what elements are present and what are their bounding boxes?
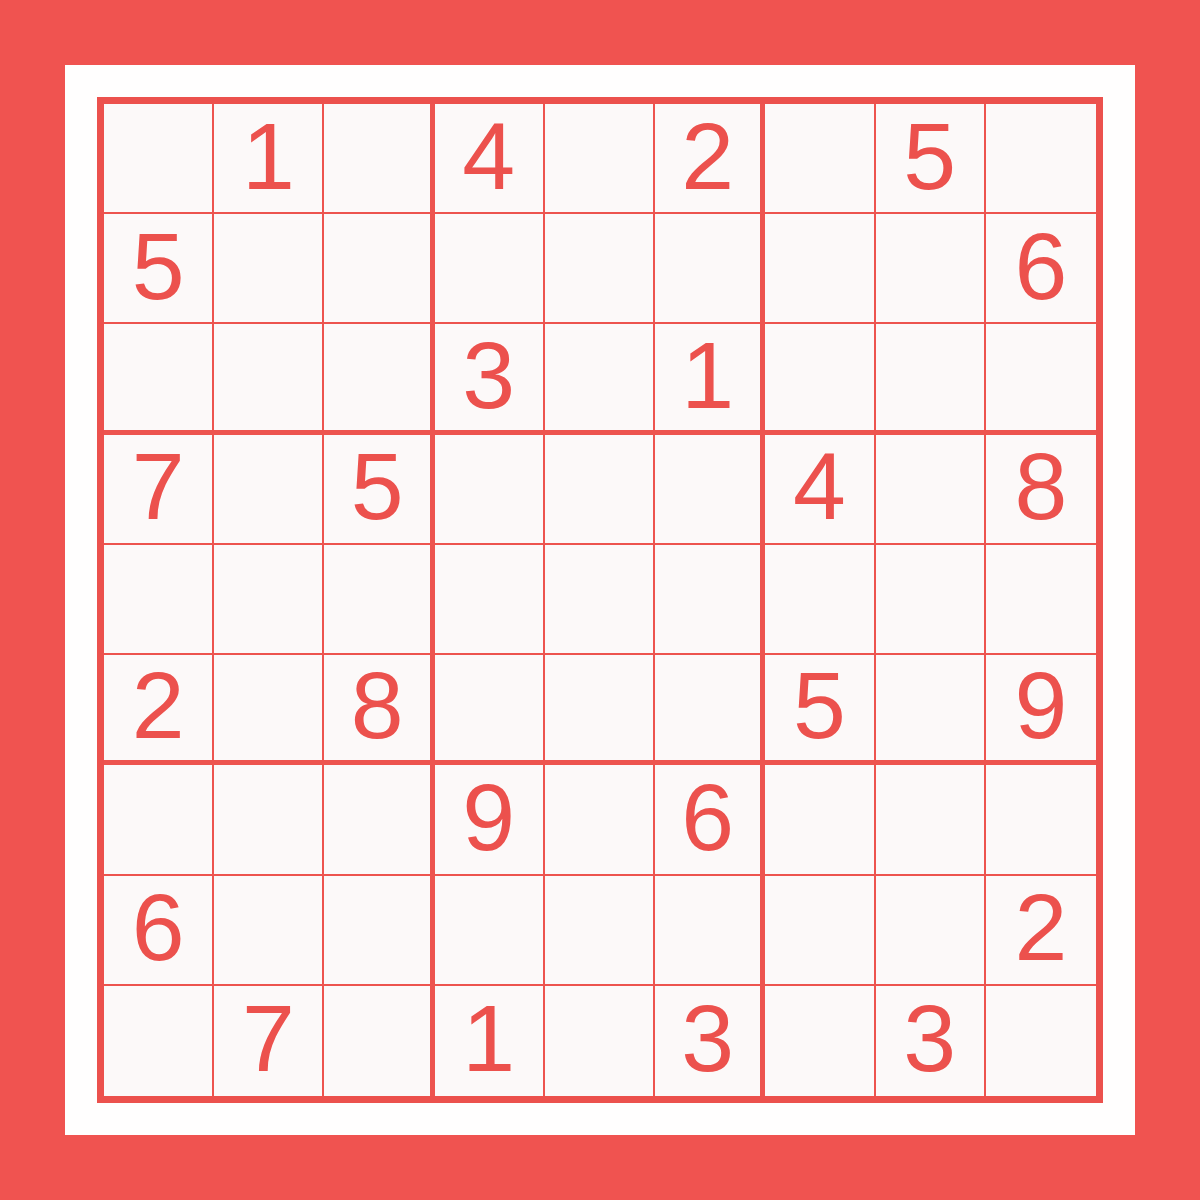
given-digit: 5 xyxy=(351,439,404,534)
given-digit: 1 xyxy=(462,991,515,1086)
given-digit: 1 xyxy=(681,328,734,423)
given-digit: 8 xyxy=(351,658,404,753)
given-digit: 3 xyxy=(462,328,515,423)
cell-r5c1[interactable] xyxy=(104,545,214,655)
cell-r8c2[interactable] xyxy=(214,876,324,986)
puzzle-panel: 142556317548285996627133 xyxy=(65,65,1135,1135)
cell-r7c7[interactable] xyxy=(765,765,875,875)
cell-r7c5[interactable] xyxy=(545,765,655,875)
cell-r9c8[interactable]: 3 xyxy=(876,986,986,1096)
cell-r9c2[interactable]: 7 xyxy=(214,986,324,1096)
given-digit: 4 xyxy=(793,439,846,534)
cell-r3c6[interactable]: 1 xyxy=(655,324,765,434)
given-digit: 6 xyxy=(132,880,185,975)
sudoku-board: 142556317548285996627133 xyxy=(97,97,1103,1103)
cell-r6c1[interactable]: 2 xyxy=(104,655,214,765)
cell-r6c3[interactable]: 8 xyxy=(324,655,434,765)
given-digit: 1 xyxy=(242,109,295,204)
cell-r7c2[interactable] xyxy=(214,765,324,875)
cell-r9c3[interactable] xyxy=(324,986,434,1096)
cell-r8c1[interactable]: 6 xyxy=(104,876,214,986)
cell-r1c2[interactable]: 1 xyxy=(214,104,324,214)
given-digit: 5 xyxy=(903,109,956,204)
cell-r4c8[interactable] xyxy=(876,435,986,545)
cell-r5c6[interactable] xyxy=(655,545,765,655)
cell-r5c2[interactable] xyxy=(214,545,324,655)
cell-r2c2[interactable] xyxy=(214,214,324,324)
given-digit: 2 xyxy=(132,658,185,753)
cell-r4c6[interactable] xyxy=(655,435,765,545)
cell-r2c7[interactable] xyxy=(765,214,875,324)
cell-r8c5[interactable] xyxy=(545,876,655,986)
cell-r5c7[interactable] xyxy=(765,545,875,655)
given-digit: 3 xyxy=(681,991,734,1086)
cell-r6c6[interactable] xyxy=(655,655,765,765)
cell-r1c3[interactable] xyxy=(324,104,434,214)
cell-r7c8[interactable] xyxy=(876,765,986,875)
cell-r7c6[interactable]: 6 xyxy=(655,765,765,875)
cell-r8c4[interactable] xyxy=(435,876,545,986)
cell-r5c3[interactable] xyxy=(324,545,434,655)
given-digit: 7 xyxy=(132,439,185,534)
cell-r5c5[interactable] xyxy=(545,545,655,655)
cell-r3c4[interactable]: 3 xyxy=(435,324,545,434)
cell-r1c9[interactable] xyxy=(986,104,1096,214)
cell-r3c2[interactable] xyxy=(214,324,324,434)
cell-r6c7[interactable]: 5 xyxy=(765,655,875,765)
cell-r6c9[interactable]: 9 xyxy=(986,655,1096,765)
given-digit: 9 xyxy=(462,770,515,865)
given-digit: 2 xyxy=(681,109,734,204)
cell-r5c8[interactable] xyxy=(876,545,986,655)
cell-r3c7[interactable] xyxy=(765,324,875,434)
cell-r1c6[interactable]: 2 xyxy=(655,104,765,214)
given-digit: 6 xyxy=(1014,219,1067,314)
cell-r9c5[interactable] xyxy=(545,986,655,1096)
cell-r6c5[interactable] xyxy=(545,655,655,765)
cell-r1c7[interactable] xyxy=(765,104,875,214)
cell-r2c3[interactable] xyxy=(324,214,434,324)
cell-r3c9[interactable] xyxy=(986,324,1096,434)
cell-r2c4[interactable] xyxy=(435,214,545,324)
cell-r3c5[interactable] xyxy=(545,324,655,434)
cell-r3c3[interactable] xyxy=(324,324,434,434)
cell-r6c2[interactable] xyxy=(214,655,324,765)
cell-r9c6[interactable]: 3 xyxy=(655,986,765,1096)
cell-r3c1[interactable] xyxy=(104,324,214,434)
cell-r4c7[interactable]: 4 xyxy=(765,435,875,545)
cell-r7c3[interactable] xyxy=(324,765,434,875)
cell-r5c9[interactable] xyxy=(986,545,1096,655)
cell-r9c4[interactable]: 1 xyxy=(435,986,545,1096)
cell-r7c1[interactable] xyxy=(104,765,214,875)
given-digit: 4 xyxy=(462,109,515,204)
cell-r5c4[interactable] xyxy=(435,545,545,655)
given-digit: 5 xyxy=(132,219,185,314)
cell-r6c8[interactable] xyxy=(876,655,986,765)
cell-r2c9[interactable]: 6 xyxy=(986,214,1096,324)
given-digit: 2 xyxy=(1014,880,1067,975)
cell-r2c8[interactable] xyxy=(876,214,986,324)
cell-r4c2[interactable] xyxy=(214,435,324,545)
given-digit: 8 xyxy=(1014,439,1067,534)
cell-r8c3[interactable] xyxy=(324,876,434,986)
cell-r8c7[interactable] xyxy=(765,876,875,986)
cell-r9c7[interactable] xyxy=(765,986,875,1096)
cell-r2c6[interactable] xyxy=(655,214,765,324)
cell-r4c5[interactable] xyxy=(545,435,655,545)
puzzle-background: 142556317548285996627133 xyxy=(0,0,1200,1200)
cell-r6c4[interactable] xyxy=(435,655,545,765)
given-digit: 9 xyxy=(1014,658,1067,753)
given-digit: 7 xyxy=(242,991,295,1086)
given-digit: 5 xyxy=(793,658,846,753)
cell-r3c8[interactable] xyxy=(876,324,986,434)
cell-r4c4[interactable] xyxy=(435,435,545,545)
cell-r4c9[interactable]: 8 xyxy=(986,435,1096,545)
cell-r9c1[interactable] xyxy=(104,986,214,1096)
cell-r8c6[interactable] xyxy=(655,876,765,986)
cell-r7c9[interactable] xyxy=(986,765,1096,875)
cell-r1c1[interactable] xyxy=(104,104,214,214)
cell-r9c9[interactable] xyxy=(986,986,1096,1096)
cell-r1c5[interactable] xyxy=(545,104,655,214)
cell-r7c4[interactable]: 9 xyxy=(435,765,545,875)
cell-r4c3[interactable]: 5 xyxy=(324,435,434,545)
cell-r8c9[interactable]: 2 xyxy=(986,876,1096,986)
cell-r2c1[interactable]: 5 xyxy=(104,214,214,324)
cell-r8c8[interactable] xyxy=(876,876,986,986)
given-digit: 6 xyxy=(681,770,734,865)
cell-r4c1[interactable]: 7 xyxy=(104,435,214,545)
given-digit: 3 xyxy=(903,991,956,1086)
cell-r2c5[interactable] xyxy=(545,214,655,324)
cell-r1c8[interactable]: 5 xyxy=(876,104,986,214)
cell-r1c4[interactable]: 4 xyxy=(435,104,545,214)
